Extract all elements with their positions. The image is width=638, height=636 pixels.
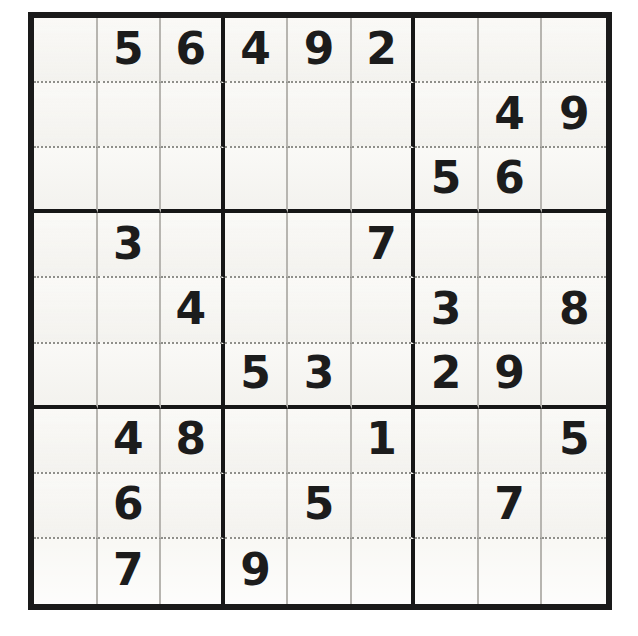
cell-r1c7[interactable] bbox=[415, 18, 479, 83]
cell-r2c2[interactable] bbox=[98, 83, 162, 148]
cell-r7c4[interactable] bbox=[225, 409, 289, 474]
cell-r1c1[interactable] bbox=[34, 18, 98, 83]
cell-r4c4[interactable] bbox=[225, 213, 289, 278]
cell-r5c4[interactable] bbox=[225, 278, 289, 343]
cell-r1c4: 4 bbox=[225, 18, 289, 83]
cell-r9c1[interactable] bbox=[34, 539, 98, 604]
cell-r8c2: 6 bbox=[98, 474, 162, 539]
cell-r3c8: 6 bbox=[479, 148, 543, 213]
cell-r2c3[interactable] bbox=[161, 83, 225, 148]
given-digit: 3 bbox=[113, 222, 144, 266]
cell-r5c3: 4 bbox=[161, 278, 225, 343]
given-digit: 4 bbox=[494, 92, 525, 136]
cell-r4c8[interactable] bbox=[479, 213, 543, 278]
cell-r6c2[interactable] bbox=[98, 344, 162, 409]
cell-r7c1[interactable] bbox=[34, 409, 98, 474]
given-digit: 4 bbox=[113, 417, 144, 461]
cell-r9c3[interactable] bbox=[161, 539, 225, 604]
given-digit: 5 bbox=[113, 27, 144, 71]
cell-r5c2[interactable] bbox=[98, 278, 162, 343]
given-digit: 4 bbox=[176, 287, 207, 331]
cell-r2c5[interactable] bbox=[288, 83, 352, 148]
cell-r8c3[interactable] bbox=[161, 474, 225, 539]
cell-r7c3: 8 bbox=[161, 409, 225, 474]
cell-r1c9[interactable] bbox=[542, 18, 606, 83]
given-digit: 8 bbox=[559, 287, 590, 331]
given-digit: 8 bbox=[176, 417, 207, 461]
cell-r3c3[interactable] bbox=[161, 148, 225, 213]
cell-r9c4: 9 bbox=[225, 539, 289, 604]
cell-r6c9[interactable] bbox=[542, 344, 606, 409]
given-digit: 4 bbox=[240, 27, 271, 71]
cell-r7c2: 4 bbox=[98, 409, 162, 474]
cell-r9c5[interactable] bbox=[288, 539, 352, 604]
cell-r2c7[interactable] bbox=[415, 83, 479, 148]
cell-r9c6[interactable] bbox=[352, 539, 416, 604]
given-digit: 5 bbox=[559, 417, 590, 461]
cell-r2c9: 9 bbox=[542, 83, 606, 148]
cell-r6c6[interactable] bbox=[352, 344, 416, 409]
given-digit: 2 bbox=[431, 351, 462, 395]
cell-r9c7[interactable] bbox=[415, 539, 479, 604]
cell-r6c5: 3 bbox=[288, 344, 352, 409]
given-digit: 6 bbox=[494, 156, 525, 200]
cell-r3c9[interactable] bbox=[542, 148, 606, 213]
cell-r7c9: 5 bbox=[542, 409, 606, 474]
cell-r9c8[interactable] bbox=[479, 539, 543, 604]
cell-r1c2: 5 bbox=[98, 18, 162, 83]
cell-r5c8[interactable] bbox=[479, 278, 543, 343]
cell-r8c4[interactable] bbox=[225, 474, 289, 539]
given-digit: 3 bbox=[431, 287, 462, 331]
cell-r6c4: 5 bbox=[225, 344, 289, 409]
cell-r6c7: 2 bbox=[415, 344, 479, 409]
cell-r8c5: 5 bbox=[288, 474, 352, 539]
cell-r7c7[interactable] bbox=[415, 409, 479, 474]
cell-r6c1[interactable] bbox=[34, 344, 98, 409]
given-digit: 5 bbox=[431, 156, 462, 200]
cell-r1c6: 2 bbox=[352, 18, 416, 83]
cell-r4c7[interactable] bbox=[415, 213, 479, 278]
cell-r8c9[interactable] bbox=[542, 474, 606, 539]
given-digit: 3 bbox=[304, 351, 335, 395]
cell-r7c8[interactable] bbox=[479, 409, 543, 474]
cell-r1c3: 6 bbox=[161, 18, 225, 83]
cell-r4c3[interactable] bbox=[161, 213, 225, 278]
cell-r3c2[interactable] bbox=[98, 148, 162, 213]
cell-r1c8[interactable] bbox=[479, 18, 543, 83]
cell-r3c4[interactable] bbox=[225, 148, 289, 213]
given-digit: 9 bbox=[304, 27, 335, 71]
cell-r4c2: 3 bbox=[98, 213, 162, 278]
cell-r7c6: 1 bbox=[352, 409, 416, 474]
cell-r2c6[interactable] bbox=[352, 83, 416, 148]
cell-r5c5[interactable] bbox=[288, 278, 352, 343]
given-digit: 7 bbox=[366, 222, 397, 266]
given-digit: 6 bbox=[176, 27, 207, 71]
sudoku-page: 564924956374385329481565779 bbox=[0, 0, 638, 636]
given-digit: 5 bbox=[240, 351, 271, 395]
cell-r2c8: 4 bbox=[479, 83, 543, 148]
given-digit: 9 bbox=[559, 92, 590, 136]
cell-r1c5: 9 bbox=[288, 18, 352, 83]
cell-r3c7: 5 bbox=[415, 148, 479, 213]
cell-r8c1[interactable] bbox=[34, 474, 98, 539]
cell-r6c8: 9 bbox=[479, 344, 543, 409]
given-digit: 7 bbox=[113, 548, 144, 592]
given-digit: 7 bbox=[494, 482, 525, 526]
cell-r6c3[interactable] bbox=[161, 344, 225, 409]
cell-r9c2: 7 bbox=[98, 539, 162, 604]
given-digit: 1 bbox=[366, 417, 397, 461]
cell-r8c8: 7 bbox=[479, 474, 543, 539]
cell-r4c9[interactable] bbox=[542, 213, 606, 278]
given-digit: 2 bbox=[366, 27, 397, 71]
cell-r4c1[interactable] bbox=[34, 213, 98, 278]
cell-r5c1[interactable] bbox=[34, 278, 98, 343]
cell-r8c6[interactable] bbox=[352, 474, 416, 539]
cell-r5c9: 8 bbox=[542, 278, 606, 343]
given-digit: 5 bbox=[304, 482, 335, 526]
given-digit: 6 bbox=[113, 482, 144, 526]
cell-r5c6[interactable] bbox=[352, 278, 416, 343]
cell-r9c9[interactable] bbox=[542, 539, 606, 604]
sudoku-board: 564924956374385329481565779 bbox=[28, 12, 612, 610]
cell-r2c4[interactable] bbox=[225, 83, 289, 148]
cell-r7c5[interactable] bbox=[288, 409, 352, 474]
cell-r4c5[interactable] bbox=[288, 213, 352, 278]
cell-r2c1[interactable] bbox=[34, 83, 98, 148]
cell-r3c1[interactable] bbox=[34, 148, 98, 213]
cell-r8c7[interactable] bbox=[415, 474, 479, 539]
cell-r3c6[interactable] bbox=[352, 148, 416, 213]
cell-r5c7: 3 bbox=[415, 278, 479, 343]
cell-r3c5[interactable] bbox=[288, 148, 352, 213]
given-digit: 9 bbox=[494, 351, 525, 395]
given-digit: 9 bbox=[240, 548, 271, 592]
cell-r4c6: 7 bbox=[352, 213, 416, 278]
